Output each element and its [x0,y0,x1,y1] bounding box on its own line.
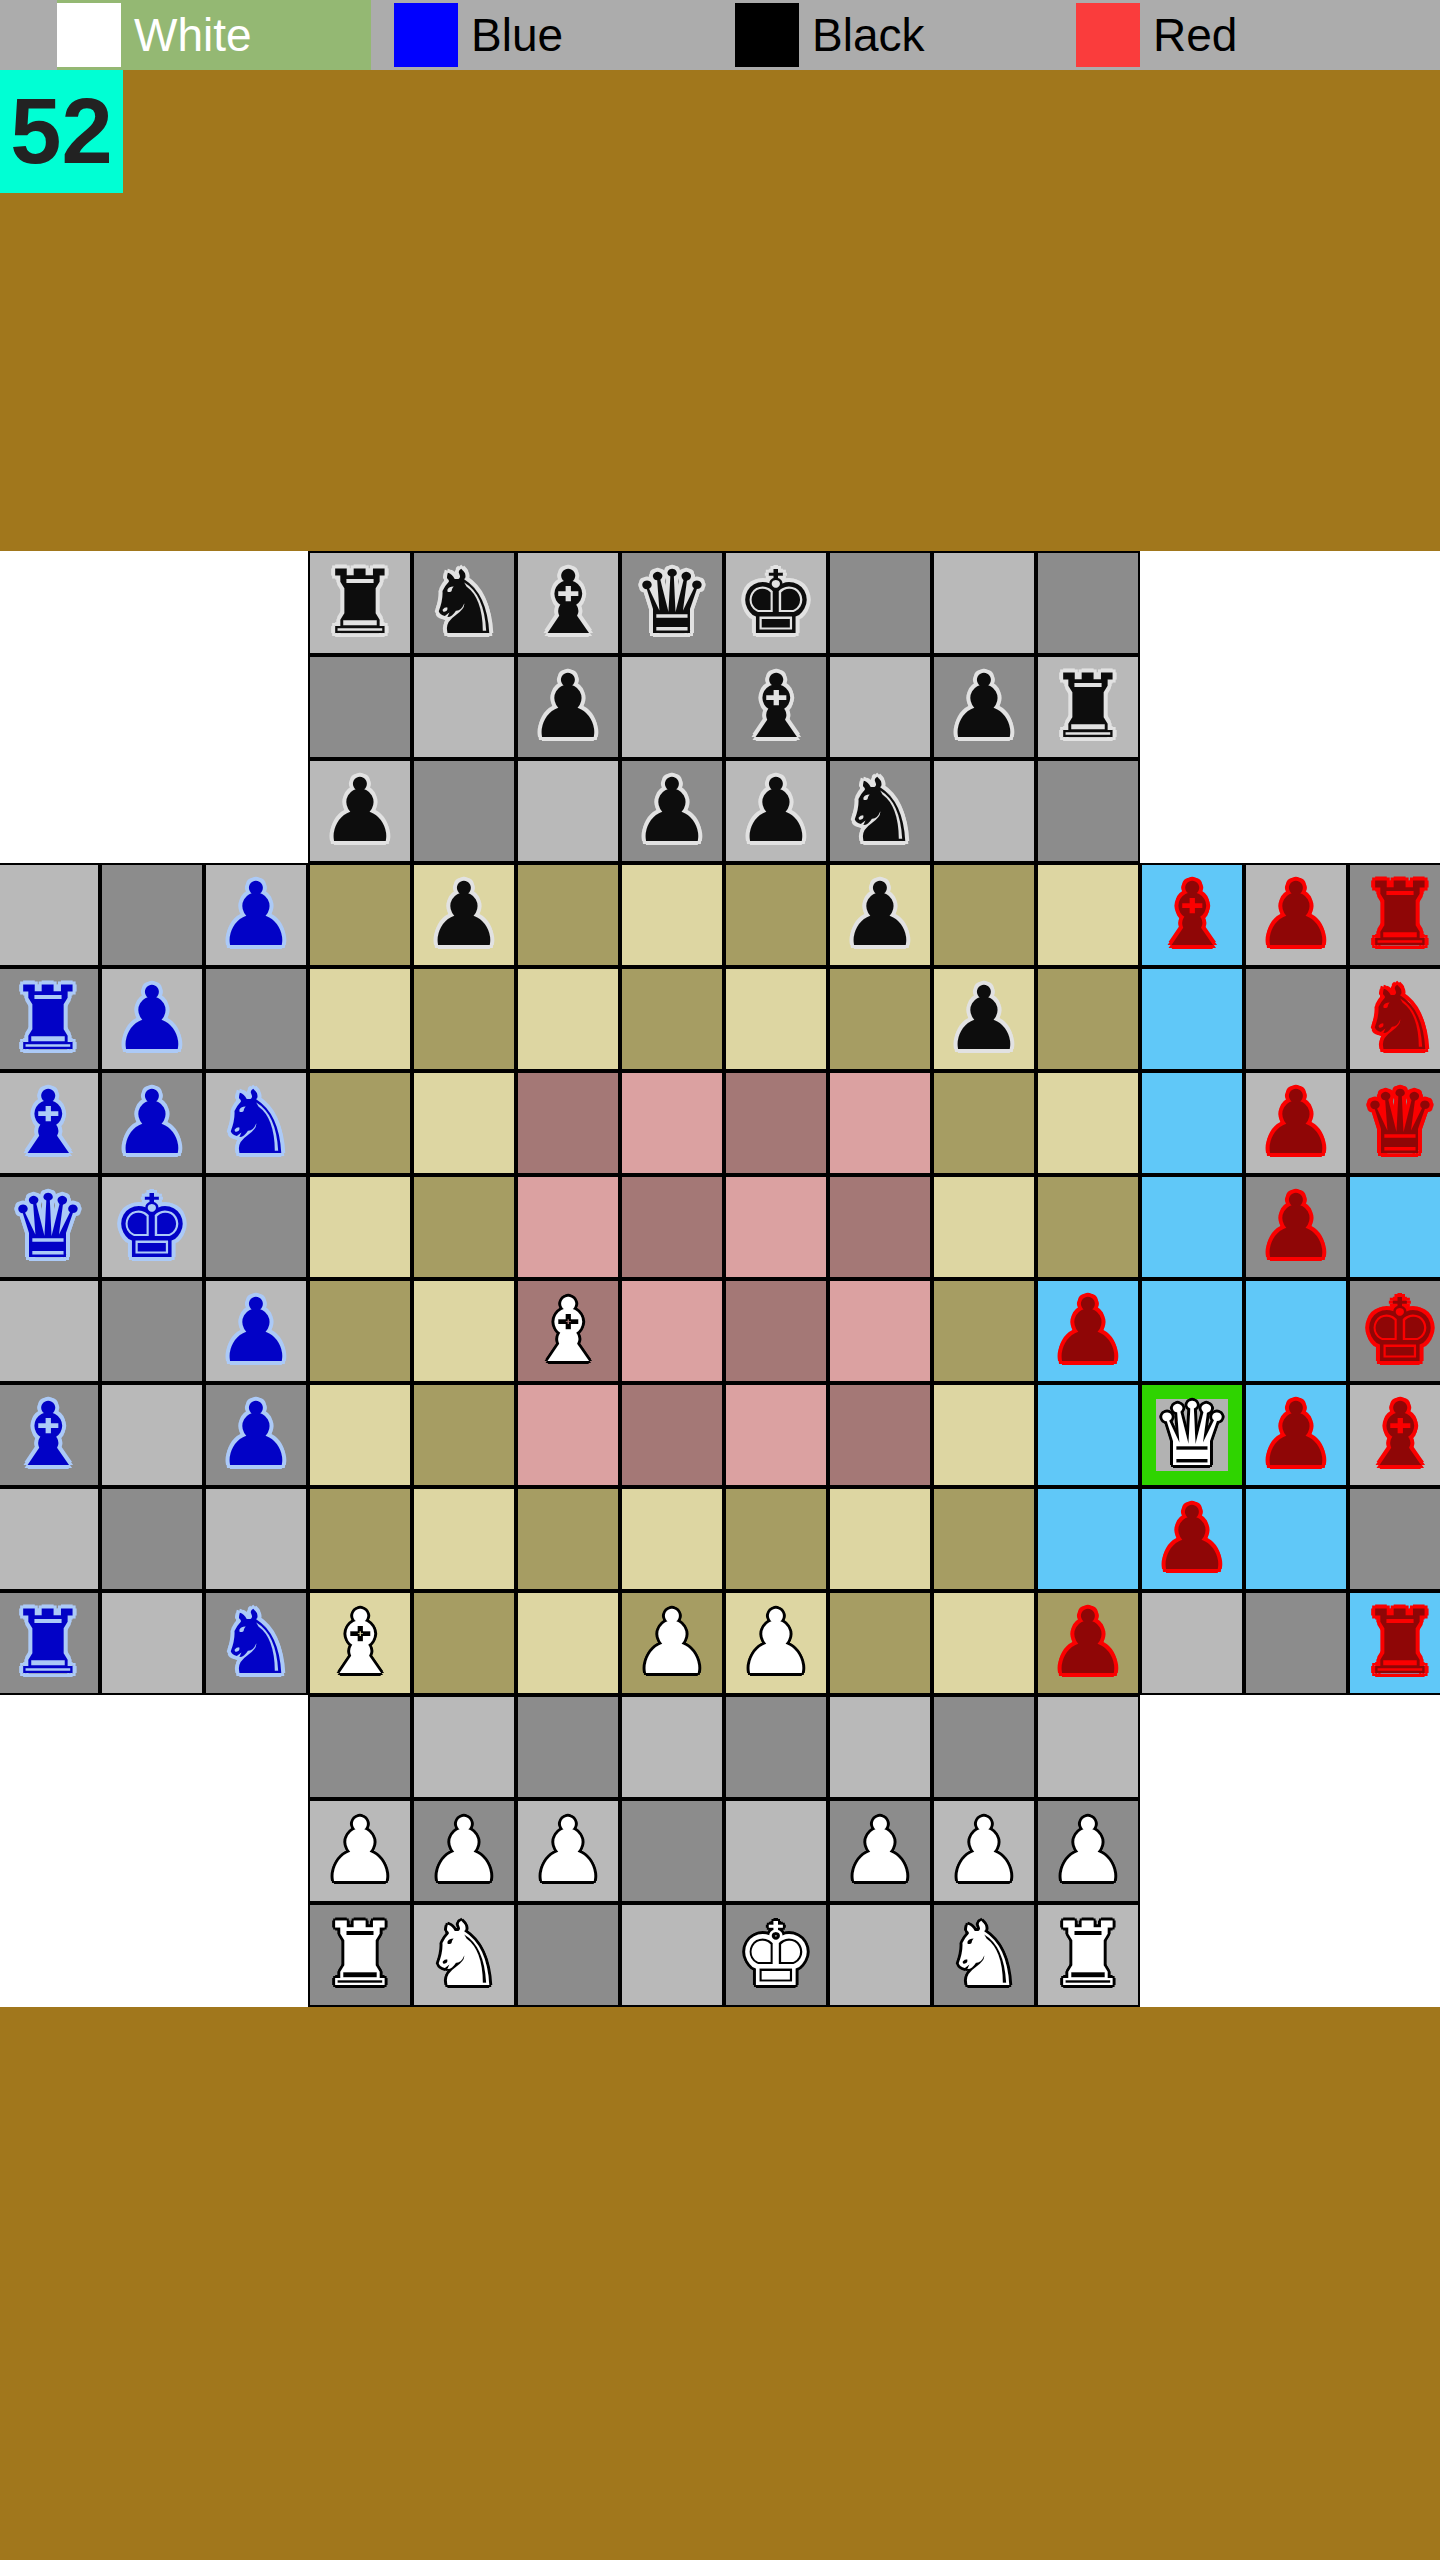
square-f1[interactable] [516,1903,620,2007]
void-m13 [1244,655,1348,759]
square-e12[interactable] [412,759,516,863]
square-c11[interactable]: ♟ [204,863,308,967]
blue-king-icon: ♚ [113,1183,192,1271]
void-l3 [1140,1695,1244,1799]
blue-pawn-icon: ♟ [113,975,192,1063]
square-l10[interactable] [1140,967,1244,1071]
square-d9[interactable] [308,1071,412,1175]
white-pawn-icon: ♟ [841,1807,920,1895]
square-j7[interactable] [932,1279,1036,1383]
square-d7[interactable] [308,1279,412,1383]
player-blue: Blue [394,0,563,70]
white-pawn-icon: ♟ [321,1807,400,1895]
square-j11[interactable] [932,863,1036,967]
square-c8[interactable] [204,1175,308,1279]
square-d5[interactable] [308,1487,412,1591]
void-a12 [0,759,100,863]
void-l1 [1140,1903,1244,2007]
white-pawn-icon: ♟ [1049,1807,1128,1895]
square-h6[interactable] [724,1383,828,1487]
blue-rook-icon: ♜ [9,975,88,1063]
square-b6[interactable] [100,1383,204,1487]
white-knight-icon: ♞ [425,1911,504,1999]
black-rook-icon: ♜ [321,559,400,647]
square-a5[interactable] [0,1487,100,1591]
red-knight-icon: ♞ [1361,975,1440,1063]
square-n11[interactable]: ♜ [1348,863,1440,967]
player-white: White [57,0,252,70]
square-k6[interactable] [1036,1383,1140,1487]
void-n12 [1348,759,1440,863]
black-knight-icon: ♞ [841,767,920,855]
void-n3 [1348,1695,1440,1799]
square-d11[interactable] [308,863,412,967]
square-k10[interactable] [1036,967,1140,1071]
red-rook-icon: ♜ [1361,1599,1440,1687]
square-c7[interactable]: ♟ [204,1279,308,1383]
square-j5[interactable] [932,1487,1036,1591]
square-g12[interactable]: ♟ [620,759,724,863]
square-k5[interactable] [1036,1487,1140,1591]
square-d6[interactable] [308,1383,412,1487]
black-queen-icon: ♛ [633,559,712,647]
black-pawn-icon: ♟ [425,871,504,959]
square-e8[interactable] [412,1175,516,1279]
square-e13[interactable] [412,655,516,759]
square-g2[interactable] [620,1799,724,1903]
void-m12 [1244,759,1348,863]
player-white-label: White [134,8,252,62]
square-j9[interactable] [932,1071,1036,1175]
square-e5[interactable] [412,1487,516,1591]
void-b1 [100,1903,204,2007]
square-h4[interactable]: ♟ [724,1591,828,1695]
red-rook-icon: ♜ [1361,871,1440,959]
square-g5[interactable] [620,1487,724,1591]
square-j12[interactable] [932,759,1036,863]
white-rook-icon: ♜ [321,1911,400,1999]
square-i11[interactable]: ♟ [828,863,932,967]
square-a9[interactable]: ♝ [0,1071,100,1175]
square-a7[interactable] [0,1279,100,1383]
square-m11[interactable]: ♟ [1244,863,1348,967]
black-pawn-icon: ♟ [945,975,1024,1063]
void-c13 [204,655,308,759]
square-i12[interactable]: ♞ [828,759,932,863]
square-h9[interactable] [724,1071,828,1175]
square-h13[interactable]: ♝ [724,655,828,759]
square-c10[interactable] [204,967,308,1071]
blue-color-swatch-icon [394,3,458,67]
square-k9[interactable] [1036,1071,1140,1175]
void-n14 [1348,551,1440,655]
square-k1[interactable]: ♜ [1036,1903,1140,2007]
square-c6[interactable]: ♟ [204,1383,308,1487]
square-l4[interactable] [1140,1591,1244,1695]
black-pawn-icon: ♟ [945,663,1024,751]
square-e11[interactable]: ♟ [412,863,516,967]
square-f6[interactable] [516,1383,620,1487]
square-n10[interactable]: ♞ [1348,967,1440,1071]
square-i6[interactable] [828,1383,932,1487]
square-l6[interactable]: ♛ [1140,1383,1244,1487]
square-d12[interactable]: ♟ [308,759,412,863]
white-pawn-icon: ♟ [425,1807,504,1895]
white-pawn-icon: ♟ [945,1807,1024,1895]
player-black-label: Black [812,8,924,62]
square-m4[interactable] [1244,1591,1348,1695]
square-a6[interactable]: ♝ [0,1383,100,1487]
square-h10[interactable] [724,967,828,1071]
square-i14[interactable] [828,551,932,655]
square-i1[interactable] [828,1903,932,2007]
square-e1[interactable]: ♞ [412,1903,516,2007]
blue-bishop-icon: ♝ [9,1079,88,1167]
square-e2[interactable]: ♟ [412,1799,516,1903]
square-n9[interactable]: ♛ [1348,1071,1440,1175]
square-d10[interactable] [308,967,412,1071]
red-pawn-icon: ♟ [1153,1495,1232,1583]
white-pawn-icon: ♟ [633,1599,712,1687]
square-m6[interactable]: ♟ [1244,1383,1348,1487]
void-c12 [204,759,308,863]
square-a10[interactable]: ♜ [0,967,100,1071]
blue-bishop-icon: ♝ [9,1391,88,1479]
square-j4[interactable] [932,1591,1036,1695]
red-bishop-icon: ♝ [1361,1391,1440,1479]
blue-pawn-icon: ♟ [217,871,296,959]
square-b10[interactable]: ♟ [100,967,204,1071]
void-n13 [1348,655,1440,759]
void-m3 [1244,1695,1348,1799]
square-f8[interactable] [516,1175,620,1279]
square-l7[interactable] [1140,1279,1244,1383]
void-n2 [1348,1799,1440,1903]
square-f9[interactable] [516,1071,620,1175]
void-b3 [100,1695,204,1799]
square-b11[interactable] [100,863,204,967]
player-red: Red [1076,0,1237,70]
square-f4[interactable] [516,1591,620,1695]
void-l12 [1140,759,1244,863]
square-c5[interactable] [204,1487,308,1591]
square-h2[interactable] [724,1799,828,1903]
red-color-swatch-icon [1076,3,1140,67]
square-f5[interactable] [516,1487,620,1591]
red-pawn-icon: ♟ [1049,1287,1128,1375]
square-f7[interactable]: ♝ [516,1279,620,1383]
square-h14[interactable]: ♚ [724,551,828,655]
white-rook-icon: ♜ [1049,1911,1128,1999]
square-k8[interactable] [1036,1175,1140,1279]
square-l11[interactable]: ♝ [1140,863,1244,967]
square-h1[interactable]: ♚ [724,1903,828,2007]
white-pawn-icon: ♟ [737,1599,816,1687]
void-c1 [204,1903,308,2007]
void-a2 [0,1799,100,1903]
black-bishop-icon: ♝ [737,663,816,751]
void-n1 [1348,1903,1440,2007]
square-g1[interactable] [620,1903,724,2007]
square-j6[interactable] [932,1383,1036,1487]
square-b8[interactable]: ♚ [100,1175,204,1279]
square-e4[interactable] [412,1591,516,1695]
square-c9[interactable]: ♞ [204,1071,308,1175]
square-m9[interactable]: ♟ [1244,1071,1348,1175]
void-m14 [1244,551,1348,655]
square-k13[interactable]: ♜ [1036,655,1140,759]
square-i8[interactable] [828,1175,932,1279]
square-g9[interactable] [620,1071,724,1175]
white-king-icon: ♚ [737,1911,816,1999]
square-f2[interactable]: ♟ [516,1799,620,1903]
square-m8[interactable]: ♟ [1244,1175,1348,1279]
square-e7[interactable] [412,1279,516,1383]
square-j8[interactable] [932,1175,1036,1279]
square-k12[interactable] [1036,759,1140,863]
red-pawn-icon: ♟ [1257,1079,1336,1167]
black-knight-icon: ♞ [425,559,504,647]
square-b9[interactable]: ♟ [100,1071,204,1175]
void-a13 [0,655,100,759]
void-b13 [100,655,204,759]
black-bishop-icon: ♝ [529,559,608,647]
blue-knight-icon: ♞ [217,1599,296,1687]
square-m5[interactable] [1244,1487,1348,1591]
square-e14[interactable]: ♞ [412,551,516,655]
black-pawn-icon: ♟ [737,767,816,855]
white-bishop-icon: ♝ [529,1287,608,1375]
white-pawn-icon: ♟ [529,1807,608,1895]
red-queen-icon: ♛ [1361,1079,1440,1167]
player-blue-label: Blue [471,8,563,62]
turn-header-bar: White Blue Black Red [0,0,1440,70]
square-n7[interactable]: ♚ [1348,1279,1440,1383]
square-i10[interactable] [828,967,932,1071]
blue-knight-icon: ♞ [217,1079,296,1167]
square-h12[interactable]: ♟ [724,759,828,863]
red-pawn-icon: ♟ [1257,871,1336,959]
square-d1[interactable]: ♜ [308,1903,412,2007]
square-j10[interactable]: ♟ [932,967,1036,1071]
player-red-label: Red [1153,8,1237,62]
square-m10[interactable] [1244,967,1348,1071]
square-n4[interactable]: ♜ [1348,1591,1440,1695]
black-pawn-icon: ♟ [841,871,920,959]
square-f12[interactable] [516,759,620,863]
void-c2 [204,1799,308,1903]
white-knight-icon: ♞ [945,1911,1024,1999]
black-pawn-icon: ♟ [529,663,608,751]
square-h7[interactable] [724,1279,828,1383]
square-k3[interactable] [1036,1695,1140,1799]
square-f13[interactable]: ♟ [516,655,620,759]
square-l9[interactable] [1140,1071,1244,1175]
void-b14 [100,551,204,655]
square-b7[interactable] [100,1279,204,1383]
white-color-swatch-icon [57,3,121,67]
square-k14[interactable] [1036,551,1140,655]
square-n6[interactable]: ♝ [1348,1383,1440,1487]
square-i4[interactable] [828,1591,932,1695]
square-a8[interactable]: ♛ [0,1175,100,1279]
square-f3[interactable] [516,1695,620,1799]
square-d3[interactable] [308,1695,412,1799]
void-a1 [0,1903,100,2007]
black-king-icon: ♚ [737,559,816,647]
void-c14 [204,551,308,655]
blue-pawn-icon: ♟ [217,1287,296,1375]
square-d8[interactable] [308,1175,412,1279]
red-pawn-icon: ♟ [1257,1391,1336,1479]
blue-pawn-icon: ♟ [113,1079,192,1167]
blue-queen-icon: ♛ [9,1183,88,1271]
void-l2 [1140,1799,1244,1903]
square-k7[interactable]: ♟ [1036,1279,1140,1383]
square-g3[interactable] [620,1695,724,1799]
square-g7[interactable] [620,1279,724,1383]
blue-pawn-icon: ♟ [217,1391,296,1479]
square-n5[interactable] [1348,1487,1440,1591]
square-b5[interactable] [100,1487,204,1591]
square-e6[interactable] [412,1383,516,1487]
square-a11[interactable] [0,863,100,967]
square-g6[interactable] [620,1383,724,1487]
board: ♜♞♝♛♚♟♝♟♜♟♟♟♞♟♟♟♝♟♜♜♟♟♞♝♟♞♟♛♛♚♟♟♝♟♚♝♟♛♟♝… [0,551,1440,2007]
square-d4[interactable]: ♝ [308,1591,412,1695]
void-b12 [100,759,204,863]
square-d2[interactable]: ♟ [308,1799,412,1903]
void-a3 [0,1695,100,1799]
square-f14[interactable]: ♝ [516,551,620,655]
void-l13 [1140,655,1244,759]
square-h5[interactable] [724,1487,828,1591]
square-f10[interactable] [516,967,620,1071]
red-king-icon: ♚ [1361,1287,1440,1375]
square-j1[interactable]: ♞ [932,1903,1036,2007]
square-e10[interactable] [412,967,516,1071]
square-h3[interactable] [724,1695,828,1799]
blue-rook-icon: ♜ [9,1599,88,1687]
void-b2 [100,1799,204,1903]
black-rook-icon: ♜ [1049,663,1128,751]
square-j14[interactable] [932,551,1036,655]
square-h8[interactable] [724,1175,828,1279]
square-f11[interactable] [516,863,620,967]
square-i2[interactable]: ♟ [828,1799,932,1903]
square-g14[interactable]: ♛ [620,551,724,655]
void-l14 [1140,551,1244,655]
square-i13[interactable] [828,655,932,759]
square-g11[interactable] [620,863,724,967]
black-pawn-icon: ♟ [633,767,712,855]
square-j3[interactable] [932,1695,1036,1799]
square-h11[interactable] [724,863,828,967]
square-n8[interactable] [1348,1175,1440,1279]
red-pawn-icon: ♟ [1049,1599,1128,1687]
red-bishop-icon: ♝ [1153,871,1232,959]
white-bishop-icon: ♝ [321,1599,400,1687]
white-queen-icon: ♛ [1153,1391,1232,1479]
square-g10[interactable] [620,967,724,1071]
square-b4[interactable] [100,1591,204,1695]
square-l5[interactable]: ♟ [1140,1487,1244,1591]
square-k4[interactable]: ♟ [1036,1591,1140,1695]
black-color-swatch-icon [735,3,799,67]
square-j2[interactable]: ♟ [932,1799,1036,1903]
player-black: Black [735,0,924,70]
square-k11[interactable] [1036,863,1140,967]
square-i5[interactable] [828,1487,932,1591]
red-pawn-icon: ♟ [1257,1183,1336,1271]
square-i3[interactable] [828,1695,932,1799]
void-a14 [0,551,100,655]
square-k2[interactable]: ♟ [1036,1799,1140,1903]
black-pawn-icon: ♟ [321,767,400,855]
square-d13[interactable] [308,655,412,759]
square-m7[interactable] [1244,1279,1348,1383]
square-e3[interactable] [412,1695,516,1799]
square-i9[interactable] [828,1071,932,1175]
void-c3 [204,1695,308,1799]
square-g13[interactable] [620,655,724,759]
void-m1 [1244,1903,1348,2007]
square-d14[interactable]: ♜ [308,551,412,655]
square-g8[interactable] [620,1175,724,1279]
square-i7[interactable] [828,1279,932,1383]
square-e9[interactable] [412,1071,516,1175]
square-l8[interactable] [1140,1175,1244,1279]
void-m2 [1244,1799,1348,1903]
square-a4[interactable]: ♜ [0,1591,100,1695]
square-c4[interactable]: ♞ [204,1591,308,1695]
square-g4[interactable]: ♟ [620,1591,724,1695]
move-counter-badge: 52 [0,70,123,193]
square-j13[interactable]: ♟ [932,655,1036,759]
